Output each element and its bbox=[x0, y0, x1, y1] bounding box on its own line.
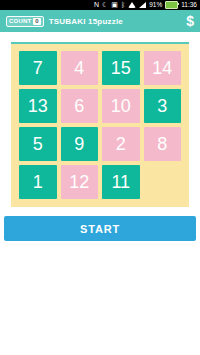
tile-3[interactable]: 3 bbox=[144, 89, 182, 123]
tile-6[interactable]: 6 bbox=[61, 89, 99, 123]
move-count-label: COUNT bbox=[9, 18, 31, 24]
battery-icon bbox=[165, 1, 178, 9]
start-button[interactable]: START bbox=[4, 216, 196, 241]
coin-dollar-icon[interactable]: $ bbox=[186, 14, 194, 28]
tile-13[interactable]: 13 bbox=[19, 89, 57, 123]
tile-2[interactable]: 2 bbox=[102, 127, 140, 161]
tile-11[interactable]: 11 bbox=[102, 165, 140, 199]
tile-12[interactable]: 12 bbox=[61, 165, 99, 199]
tile-15[interactable]: 15 bbox=[102, 51, 140, 85]
move-count-badge: COUNT 0 bbox=[6, 16, 44, 27]
app-title: TSUBAKI 15puzzle bbox=[49, 17, 123, 26]
tile-1[interactable]: 1 bbox=[19, 165, 57, 199]
move-count-value: 0 bbox=[33, 18, 40, 25]
night-mode-icon: ☾ bbox=[102, 0, 108, 10]
status-bar: N ☾ ▣ ᛒ 91% 11:36 bbox=[0, 0, 200, 10]
puzzle-board: 741514136103592811211 bbox=[11, 42, 189, 207]
tile-4[interactable]: 4 bbox=[61, 51, 99, 85]
app-bar: COUNT 0 TSUBAKI 15puzzle $ bbox=[0, 10, 200, 32]
tile-5[interactable]: 5 bbox=[19, 127, 57, 161]
tile-8[interactable]: 8 bbox=[144, 127, 182, 161]
wifi-icon bbox=[128, 2, 136, 8]
tile-7[interactable]: 7 bbox=[19, 51, 57, 85]
tile-10[interactable]: 10 bbox=[102, 89, 140, 123]
nfc-icon: N bbox=[94, 0, 99, 10]
status-time: 11:36 bbox=[181, 0, 197, 10]
bluetooth-icon: ᛒ bbox=[121, 0, 125, 10]
signal-icon bbox=[139, 2, 146, 8]
tile-14[interactable]: 14 bbox=[144, 51, 182, 85]
battery-percent: 91% bbox=[149, 0, 162, 10]
alarm-icon: ▣ bbox=[111, 0, 118, 10]
empty-cell bbox=[144, 165, 182, 199]
tile-9[interactable]: 9 bbox=[61, 127, 99, 161]
